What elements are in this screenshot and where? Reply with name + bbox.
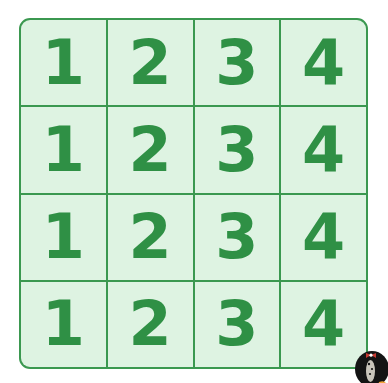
worksheet-canvas: 1234123412341234 (0, 0, 388, 383)
grid-cell-r1c1[interactable]: 1 (21, 20, 106, 105)
grid-cell-r2c2[interactable]: 2 (108, 107, 193, 192)
grid-cell-r2c3[interactable]: 3 (195, 107, 280, 192)
grid-cell-r2c4[interactable]: 4 (281, 107, 366, 192)
grid-cell-r3c2[interactable]: 2 (108, 195, 193, 280)
grid-cell-r3c4[interactable]: 4 (281, 195, 366, 280)
grid-cell-r1c4[interactable]: 4 (281, 20, 366, 105)
grid-cell-r1c3[interactable]: 3 (195, 20, 280, 105)
grid-cell-r3c3[interactable]: 3 (195, 195, 280, 280)
grid-cell-r1c2[interactable]: 2 (108, 20, 193, 105)
grid-cell-r4c2[interactable]: 2 (108, 282, 193, 367)
grid-cell-r3c1[interactable]: 1 (21, 195, 106, 280)
grid-cell-r4c1[interactable]: 1 (21, 282, 106, 367)
penguin-mascot-icon (353, 350, 388, 383)
number-grid-board: 1234123412341234 (19, 18, 368, 369)
grid-cell-r4c3[interactable]: 3 (195, 282, 280, 367)
grid-cell-r2c1[interactable]: 1 (21, 107, 106, 192)
